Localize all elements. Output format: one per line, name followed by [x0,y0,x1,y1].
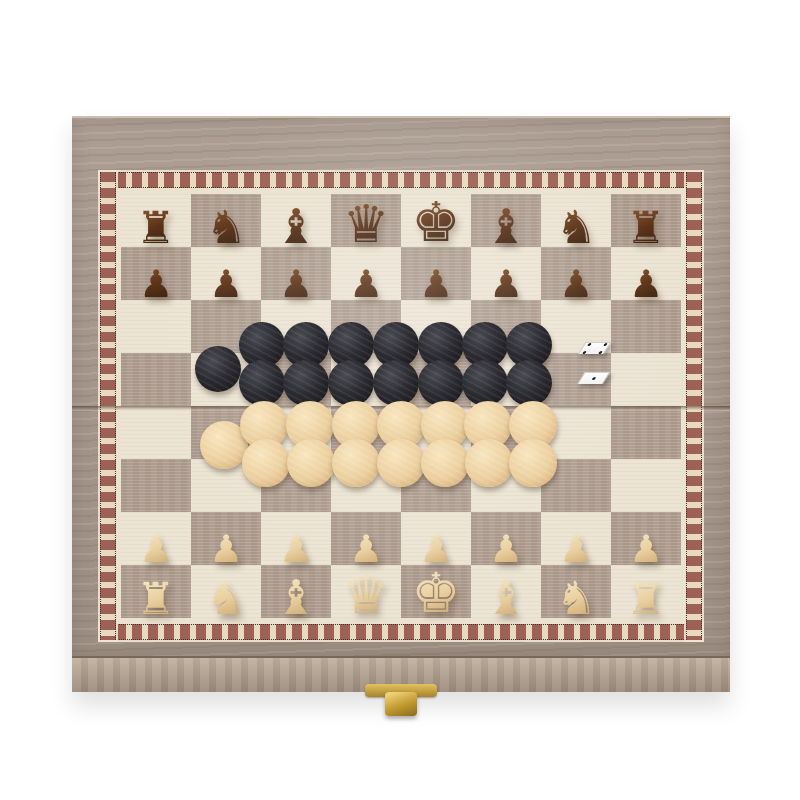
checker-light[interactable] [421,439,469,487]
checker-dark[interactable] [195,346,241,392]
die-top-face [578,342,611,354]
checker-dark[interactable] [239,360,285,406]
die-pip [602,343,607,346]
checker-light[interactable] [377,439,425,487]
checker-dark[interactable] [506,360,552,406]
brass-clasp-knob [385,692,417,716]
checker-dark[interactable] [373,360,419,406]
die-2[interactable] [570,372,596,384]
checker-light[interactable] [287,439,335,487]
checker-light[interactable] [242,439,290,487]
checker-light[interactable] [509,439,557,487]
die-pip [598,351,603,354]
checker-dark[interactable] [328,360,374,406]
checker-dark[interactable] [418,360,464,406]
product-photo: ♜♞♝♛♚♝♞♜♟♟♟♟♟♟♟♟♟♟♟♟♟♟♟♟♜♞♝♛♚♝♞♜ [0,0,800,800]
die-pip [591,377,596,380]
die-pip [586,343,591,346]
die-top-face [577,372,610,384]
checker-light[interactable] [332,439,380,487]
checker-dark[interactable] [283,360,329,406]
die-pip [582,351,587,354]
checker-dark[interactable] [462,360,508,406]
checker-light[interactable] [465,439,513,487]
die-1[interactable] [571,342,597,354]
loose-pieces-overlay [0,0,800,800]
